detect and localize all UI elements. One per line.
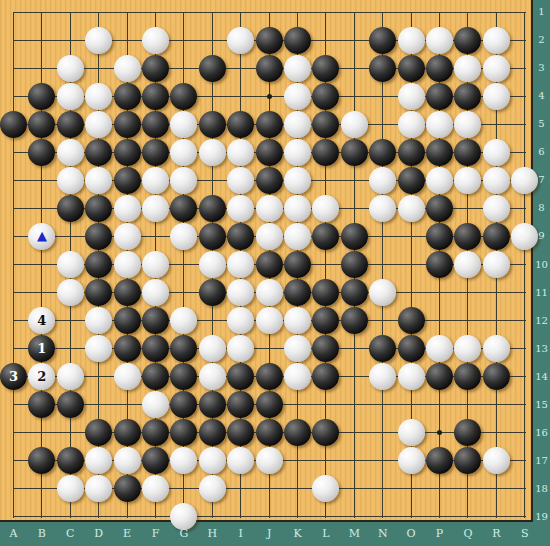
white-stone-C4[interactable]: [57, 83, 84, 110]
go-game-window: ▲4132 ABCDEFGHIJKLMNOPQRS 12345678910111…: [0, 0, 550, 546]
row-label-8: 8: [533, 202, 550, 213]
point-B18[interactable]: [28, 475, 56, 503]
point-O18[interactable]: [397, 475, 425, 503]
white-stone-O4[interactable]: [398, 83, 425, 110]
point-A12[interactable]: [0, 307, 28, 335]
black-stone-F5[interactable]: [142, 111, 169, 138]
point-G1[interactable]: [170, 0, 198, 26]
point-K18[interactable]: [284, 475, 312, 503]
column-label-B: B: [34, 527, 50, 540]
black-stone-L4[interactable]: [312, 83, 339, 110]
point-H7[interactable]: [198, 166, 226, 194]
white-stone-M5[interactable]: [341, 111, 368, 138]
white-stone-E3[interactable]: [114, 55, 141, 82]
point-F1[interactable]: [142, 0, 170, 26]
black-stone-C5[interactable]: [57, 111, 84, 138]
point-F9[interactable]: [142, 222, 170, 250]
white-stone-I11[interactable]: [227, 279, 254, 306]
black-stone-E6[interactable]: [114, 139, 141, 166]
column-label-K: K: [290, 527, 306, 540]
point-J4[interactable]: [255, 82, 283, 110]
point-G3[interactable]: [170, 54, 198, 82]
white-stone-E10[interactable]: [114, 251, 141, 278]
point-H4[interactable]: [198, 82, 226, 110]
point-D15[interactable]: [85, 391, 113, 419]
black-stone-J2[interactable]: [256, 27, 283, 54]
point-G10[interactable]: [170, 251, 198, 279]
white-stone-O17[interactable]: [398, 447, 425, 474]
black-stone-C15[interactable]: [57, 391, 84, 418]
point-A8[interactable]: [0, 194, 28, 222]
point-L17[interactable]: [312, 447, 340, 475]
white-stone-G6[interactable]: [170, 139, 197, 166]
point-N18[interactable]: [369, 475, 397, 503]
white-stone-N8[interactable]: [369, 195, 396, 222]
point-A18[interactable]: [0, 475, 28, 503]
point-D1[interactable]: [85, 0, 113, 26]
point-I1[interactable]: [227, 0, 255, 26]
black-stone-O3[interactable]: [398, 55, 425, 82]
white-stone-R6[interactable]: [483, 139, 510, 166]
point-Q8[interactable]: [454, 194, 482, 222]
point-B3[interactable]: [28, 54, 56, 82]
white-stone-C11[interactable]: [57, 279, 84, 306]
point-I4[interactable]: [227, 82, 255, 110]
white-stone-P7[interactable]: [426, 167, 453, 194]
point-M16[interactable]: [340, 419, 368, 447]
point-J18[interactable]: [255, 475, 283, 503]
white-stone-I7[interactable]: [227, 167, 254, 194]
point-Q11[interactable]: [454, 279, 482, 307]
white-stone-C10[interactable]: [57, 251, 84, 278]
white-stone-F8[interactable]: [142, 195, 169, 222]
point-K15[interactable]: [284, 391, 312, 419]
black-stone-G4[interactable]: [170, 83, 197, 110]
point-J1[interactable]: [255, 0, 283, 26]
black-stone-I9[interactable]: [227, 223, 254, 250]
white-stone-O8[interactable]: [398, 195, 425, 222]
black-stone-J7[interactable]: [256, 167, 283, 194]
white-stone-O14[interactable]: [398, 363, 425, 390]
point-O10[interactable]: [397, 251, 425, 279]
row-label-strip: 12345678910111213141516171819: [533, 0, 550, 522]
point-G11[interactable]: [170, 279, 198, 307]
point-A4[interactable]: [0, 82, 28, 110]
point-B16[interactable]: [28, 419, 56, 447]
black-stone-M10[interactable]: [341, 251, 368, 278]
black-stone-E12[interactable]: [114, 307, 141, 334]
point-M3[interactable]: [340, 54, 368, 82]
point-J13[interactable]: [255, 335, 283, 363]
black-stone-G8[interactable]: [170, 195, 197, 222]
white-stone-O16[interactable]: [398, 419, 425, 446]
black-stone-M12[interactable]: [341, 307, 368, 334]
row-label-2: 2: [533, 34, 550, 45]
white-stone-E9[interactable]: [114, 223, 141, 250]
point-H2[interactable]: [198, 26, 226, 54]
black-stone-E18[interactable]: [114, 475, 141, 502]
black-stone-K10[interactable]: [284, 251, 311, 278]
black-stone-H3[interactable]: [199, 55, 226, 82]
white-stone-P5[interactable]: [426, 111, 453, 138]
white-stone-R2[interactable]: [483, 27, 510, 54]
black-stone-A5[interactable]: [0, 111, 27, 138]
black-stone-M11[interactable]: [341, 279, 368, 306]
black-stone-F6[interactable]: [142, 139, 169, 166]
white-stone-H18[interactable]: [199, 475, 226, 502]
white-stone-C3[interactable]: [57, 55, 84, 82]
point-I18[interactable]: [227, 475, 255, 503]
point-R18[interactable]: [482, 475, 510, 503]
point-P11[interactable]: [426, 279, 454, 307]
black-stone-E16[interactable]: [114, 419, 141, 446]
white-stone-Q3[interactable]: [454, 55, 481, 82]
point-P12[interactable]: [426, 307, 454, 335]
white-stone-Q5[interactable]: [454, 111, 481, 138]
point-B2[interactable]: [28, 26, 56, 54]
point-G18[interactable]: [170, 475, 198, 503]
white-stone-D7[interactable]: [85, 167, 112, 194]
move-number-2-B14: 2: [37, 370, 46, 383]
point-R16[interactable]: [482, 419, 510, 447]
point-A9[interactable]: [0, 222, 28, 250]
white-stone-C6[interactable]: [57, 139, 84, 166]
white-stone-N7[interactable]: [369, 167, 396, 194]
black-stone-J3[interactable]: [256, 55, 283, 82]
point-E1[interactable]: [113, 0, 141, 26]
white-stone-G7[interactable]: [170, 167, 197, 194]
point-A6[interactable]: [0, 138, 28, 166]
row-label-12: 12: [533, 315, 550, 326]
column-label-F: F: [148, 527, 164, 540]
point-A10[interactable]: [0, 251, 28, 279]
black-stone-N3[interactable]: [369, 55, 396, 82]
black-stone-I5[interactable]: [227, 111, 254, 138]
white-stone-J8[interactable]: [256, 195, 283, 222]
triangle-marker-B9: ▲: [37, 229, 47, 242]
point-A11[interactable]: [0, 279, 28, 307]
black-stone-P10[interactable]: [426, 251, 453, 278]
point-A15[interactable]: [0, 391, 28, 419]
go-board[interactable]: ▲4132: [0, 0, 533, 522]
point-L15[interactable]: [312, 391, 340, 419]
black-stone-J15[interactable]: [256, 391, 283, 418]
black-stone-K11[interactable]: [284, 279, 311, 306]
point-H12[interactable]: [198, 307, 226, 335]
white-stone-H10[interactable]: [199, 251, 226, 278]
white-stone-Q7[interactable]: [454, 167, 481, 194]
point-D3[interactable]: [85, 54, 113, 82]
black-stone-F3[interactable]: [142, 55, 169, 82]
point-N1[interactable]: [369, 0, 397, 26]
point-N17[interactable]: [369, 447, 397, 475]
black-stone-R14[interactable]: [483, 363, 510, 390]
point-A16[interactable]: [0, 419, 28, 447]
row-label-6: 6: [533, 146, 550, 157]
point-A13[interactable]: [0, 335, 28, 363]
point-M8[interactable]: [340, 194, 368, 222]
point-R5[interactable]: [482, 110, 510, 138]
white-stone-R17[interactable]: [483, 447, 510, 474]
point-B7[interactable]: [28, 166, 56, 194]
column-label-C: C: [62, 527, 78, 540]
black-stone-F4[interactable]: [142, 83, 169, 110]
point-N10[interactable]: [369, 251, 397, 279]
white-stone-J17[interactable]: [256, 447, 283, 474]
black-stone-P4[interactable]: [426, 83, 453, 110]
black-stone-F12[interactable]: [142, 307, 169, 334]
white-stone-K12[interactable]: [284, 307, 311, 334]
white-stone-C14[interactable]: [57, 363, 84, 390]
move-number-1-B13: 1: [37, 342, 46, 355]
white-stone-K6[interactable]: [284, 139, 311, 166]
white-stone-D2[interactable]: [85, 27, 112, 54]
black-stone-Q4[interactable]: [454, 83, 481, 110]
black-stone-E5[interactable]: [114, 111, 141, 138]
white-stone-H13[interactable]: [199, 335, 226, 362]
black-stone-D6[interactable]: [85, 139, 112, 166]
point-M4[interactable]: [340, 82, 368, 110]
point-N5[interactable]: [369, 110, 397, 138]
point-A1[interactable]: [0, 0, 28, 26]
black-stone-F14[interactable]: [142, 363, 169, 390]
white-stone-R4[interactable]: [483, 83, 510, 110]
column-label-D: D: [91, 527, 107, 540]
black-stone-D10[interactable]: [85, 251, 112, 278]
white-stone-H17[interactable]: [199, 447, 226, 474]
white-stone-F10[interactable]: [142, 251, 169, 278]
white-stone-O5[interactable]: [398, 111, 425, 138]
black-stone-H16[interactable]: [199, 419, 226, 446]
white-stone-R7[interactable]: [483, 167, 510, 194]
black-stone-M6[interactable]: [341, 139, 368, 166]
white-stone-E17[interactable]: [114, 447, 141, 474]
point-E15[interactable]: [113, 391, 141, 419]
white-stone-E8[interactable]: [114, 195, 141, 222]
point-C13[interactable]: [56, 335, 84, 363]
point-N15[interactable]: [369, 391, 397, 419]
white-stone-J11[interactable]: [256, 279, 283, 306]
black-stone-J16[interactable]: [256, 419, 283, 446]
white-stone-K13[interactable]: [284, 335, 311, 362]
black-stone-R9[interactable]: [483, 223, 510, 250]
black-stone-N6[interactable]: [369, 139, 396, 166]
point-E2[interactable]: [113, 26, 141, 54]
point-M1[interactable]: [340, 0, 368, 26]
point-L7[interactable]: [312, 166, 340, 194]
black-stone-J14[interactable]: [256, 363, 283, 390]
point-N9[interactable]: [369, 222, 397, 250]
point-P15[interactable]: [426, 391, 454, 419]
point-C16[interactable]: [56, 419, 84, 447]
white-stone-L8[interactable]: [312, 195, 339, 222]
black-stone-Q6[interactable]: [454, 139, 481, 166]
black-stone-B4[interactable]: [28, 83, 55, 110]
black-stone-F13[interactable]: [142, 335, 169, 362]
black-stone-E11[interactable]: [114, 279, 141, 306]
point-I3[interactable]: [227, 54, 255, 82]
point-O15[interactable]: [397, 391, 425, 419]
point-M17[interactable]: [340, 447, 368, 475]
white-stone-J12[interactable]: [256, 307, 283, 334]
point-P18[interactable]: [426, 475, 454, 503]
point-C12[interactable]: [56, 307, 84, 335]
point-O1[interactable]: [397, 0, 425, 26]
point-Q18[interactable]: [454, 475, 482, 503]
black-stone-P9[interactable]: [426, 223, 453, 250]
point-K1[interactable]: [284, 0, 312, 26]
white-stone-F11[interactable]: [142, 279, 169, 306]
point-C9[interactable]: [56, 222, 84, 250]
point-L10[interactable]: [312, 251, 340, 279]
column-label-A: A: [6, 527, 22, 540]
black-stone-O7[interactable]: [398, 167, 425, 194]
point-H1[interactable]: [198, 0, 226, 26]
point-P1[interactable]: [426, 0, 454, 26]
white-stone-I8[interactable]: [227, 195, 254, 222]
white-stone-D4[interactable]: [85, 83, 112, 110]
white-stone-I2[interactable]: [227, 27, 254, 54]
point-B8[interactable]: [28, 194, 56, 222]
point-B10[interactable]: [28, 251, 56, 279]
black-stone-D11[interactable]: [85, 279, 112, 306]
white-stone-R13[interactable]: [483, 335, 510, 362]
white-stone-P2[interactable]: [426, 27, 453, 54]
point-R1[interactable]: [482, 0, 510, 26]
point-Q1[interactable]: [454, 0, 482, 26]
point-M18[interactable]: [340, 475, 368, 503]
white-stone-C18[interactable]: [57, 475, 84, 502]
black-stone-E13[interactable]: [114, 335, 141, 362]
point-B11[interactable]: [28, 279, 56, 307]
white-stone-F2[interactable]: [142, 27, 169, 54]
white-stone-R10[interactable]: [483, 251, 510, 278]
point-Q15[interactable]: [454, 391, 482, 419]
row-label-5: 5: [533, 118, 550, 129]
white-stone-C7[interactable]: [57, 167, 84, 194]
point-A3[interactable]: [0, 54, 28, 82]
point-B1[interactable]: [28, 0, 56, 26]
point-C2[interactable]: [56, 26, 84, 54]
black-stone-P3[interactable]: [426, 55, 453, 82]
white-stone-K4[interactable]: [284, 83, 311, 110]
white-stone-E14[interactable]: [114, 363, 141, 390]
black-stone-J10[interactable]: [256, 251, 283, 278]
point-R15[interactable]: [482, 391, 510, 419]
point-M13[interactable]: [340, 335, 368, 363]
black-stone-E4[interactable]: [114, 83, 141, 110]
black-stone-C17[interactable]: [57, 447, 84, 474]
white-stone-F7[interactable]: [142, 167, 169, 194]
black-stone-O6[interactable]: [398, 139, 425, 166]
white-stone-K5[interactable]: [284, 111, 311, 138]
black-stone-L6[interactable]: [312, 139, 339, 166]
point-N16[interactable]: [369, 419, 397, 447]
black-stone-A14[interactable]: 3: [0, 363, 27, 390]
white-stone-I6[interactable]: [227, 139, 254, 166]
point-L1[interactable]: [312, 0, 340, 26]
point-N4[interactable]: [369, 82, 397, 110]
point-K17[interactable]: [284, 447, 312, 475]
column-label-P: P: [432, 527, 448, 540]
white-stone-H6[interactable]: [199, 139, 226, 166]
black-stone-M9[interactable]: [341, 223, 368, 250]
point-O11[interactable]: [397, 279, 425, 307]
white-stone-F15[interactable]: [142, 391, 169, 418]
point-M2[interactable]: [340, 26, 368, 54]
point-M14[interactable]: [340, 363, 368, 391]
black-stone-N2[interactable]: [369, 27, 396, 54]
black-stone-H5[interactable]: [199, 111, 226, 138]
point-A7[interactable]: [0, 166, 28, 194]
black-stone-P6[interactable]: [426, 139, 453, 166]
black-stone-L5[interactable]: [312, 111, 339, 138]
black-stone-H8[interactable]: [199, 195, 226, 222]
white-stone-K7[interactable]: [284, 167, 311, 194]
black-stone-O12[interactable]: [398, 307, 425, 334]
black-stone-H15[interactable]: [199, 391, 226, 418]
black-stone-L3[interactable]: [312, 55, 339, 82]
white-stone-I10[interactable]: [227, 251, 254, 278]
white-stone-N11[interactable]: [369, 279, 396, 306]
black-stone-P14[interactable]: [426, 363, 453, 390]
row-label-19: 19: [533, 511, 550, 522]
black-stone-D8[interactable]: [85, 195, 112, 222]
black-stone-D9[interactable]: [85, 223, 112, 250]
black-stone-O13[interactable]: [398, 335, 425, 362]
point-M15[interactable]: [340, 391, 368, 419]
black-stone-H11[interactable]: [199, 279, 226, 306]
point-D14[interactable]: [85, 363, 113, 391]
white-stone-R3[interactable]: [483, 55, 510, 82]
black-stone-K2[interactable]: [284, 27, 311, 54]
point-Q12[interactable]: [454, 307, 482, 335]
black-stone-J6[interactable]: [256, 139, 283, 166]
white-stone-J9[interactable]: [256, 223, 283, 250]
black-stone-E7[interactable]: [114, 167, 141, 194]
point-L2[interactable]: [312, 26, 340, 54]
point-O9[interactable]: [397, 222, 425, 250]
point-M7[interactable]: [340, 166, 368, 194]
black-stone-B5[interactable]: [28, 111, 55, 138]
black-stone-J5[interactable]: [256, 111, 283, 138]
white-stone-H14[interactable]: [199, 363, 226, 390]
white-stone-K3[interactable]: [284, 55, 311, 82]
point-P16[interactable]: [426, 419, 454, 447]
white-stone-K8[interactable]: [284, 195, 311, 222]
black-stone-C8[interactable]: [57, 195, 84, 222]
point-A2[interactable]: [0, 26, 28, 54]
white-stone-G5[interactable]: [170, 111, 197, 138]
white-stone-P13[interactable]: [426, 335, 453, 362]
point-R12[interactable]: [482, 307, 510, 335]
point-N12[interactable]: [369, 307, 397, 335]
point-G2[interactable]: [170, 26, 198, 54]
black-stone-B6[interactable]: [28, 139, 55, 166]
white-stone-D5[interactable]: [85, 111, 112, 138]
point-C1[interactable]: [56, 0, 84, 26]
white-stone-R8[interactable]: [483, 195, 510, 222]
white-stone-O2[interactable]: [398, 27, 425, 54]
black-stone-P8[interactable]: [426, 195, 453, 222]
column-label-R: R: [488, 527, 504, 540]
black-stone-H9[interactable]: [199, 223, 226, 250]
white-stone-K9[interactable]: [284, 223, 311, 250]
white-stone-K14[interactable]: [284, 363, 311, 390]
point-R11[interactable]: [482, 279, 510, 307]
point-A17[interactable]: [0, 447, 28, 475]
black-stone-Q2[interactable]: [454, 27, 481, 54]
